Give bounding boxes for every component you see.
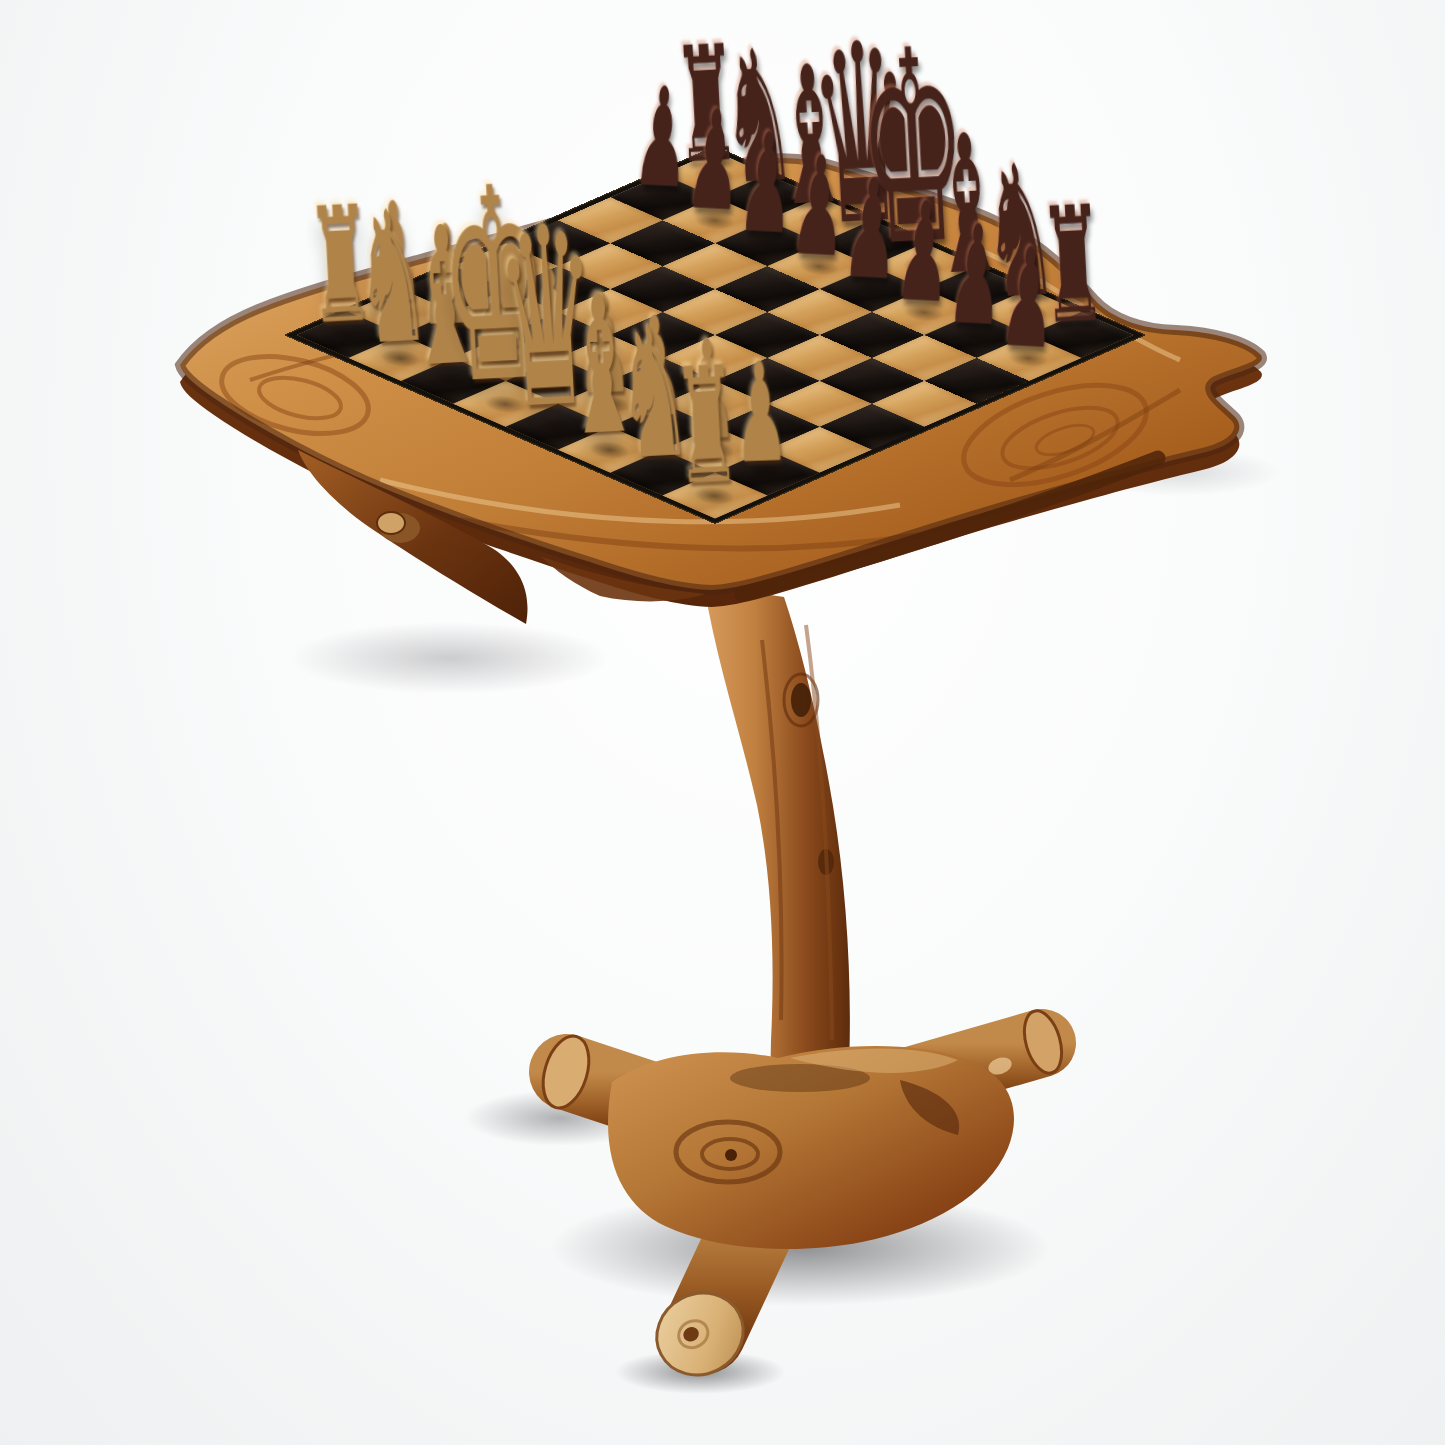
trunk-knot (791, 683, 811, 717)
product-photo-scene: ♜♞♝♛♚♝♞♜♟♟♟♟♟♟♟♟♟♟♟♟♟♟♟♟♜♞♝♚♛♝♞♜ (0, 0, 1445, 1445)
pedestal-trunk (704, 585, 850, 1088)
